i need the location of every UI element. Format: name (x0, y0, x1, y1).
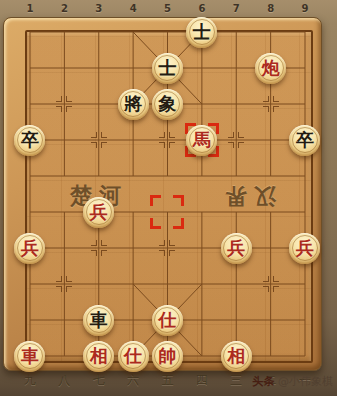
piece-character: 車 (90, 311, 108, 329)
position-marker (159, 132, 175, 148)
piece-character: 炮 (262, 59, 280, 77)
piece-red-soldier[interactable]: 兵 (14, 233, 45, 264)
piece-red-cannon[interactable]: 炮 (255, 53, 286, 84)
piece-red-advisor[interactable]: 仕 (152, 305, 183, 336)
piece-black-chariot[interactable]: 車 (83, 305, 114, 336)
position-marker (56, 276, 72, 292)
piece-character: 士 (158, 59, 176, 77)
piece-black-soldier[interactable]: 卒 (14, 125, 45, 156)
piece-red-elephant[interactable]: 相 (83, 341, 114, 372)
xiangqi-app-screen: 123456789 楚河 汉界 士士炮將象卒馬卒兵兵兵兵車仕車相仕帥相 九八七六… (0, 0, 337, 396)
piece-red-elephant[interactable]: 相 (221, 341, 252, 372)
piece-red-chariot[interactable]: 車 (14, 341, 45, 372)
bottom-column-label: 五 (150, 371, 184, 390)
piece-character: 相 (227, 347, 245, 365)
piece-black-elephant[interactable]: 象 (152, 89, 183, 120)
bottom-column-label: 三 (219, 371, 253, 390)
piece-red-soldier[interactable]: 兵 (83, 197, 114, 228)
piece-black-advisor[interactable]: 士 (186, 17, 217, 48)
watermark-brand: 头条 (253, 375, 275, 388)
watermark-handle: @小伟象棋 (278, 375, 333, 388)
bottom-column-label: 四 (185, 371, 219, 390)
piece-character: 卒 (296, 131, 314, 149)
piece-red-advisor[interactable]: 仕 (118, 341, 149, 372)
bottom-column-label: 六 (116, 371, 150, 390)
piece-black-advisor[interactable]: 士 (152, 53, 183, 84)
piece-character: 兵 (21, 239, 39, 257)
position-marker (263, 276, 279, 292)
piece-character: 仕 (158, 311, 176, 329)
piece-layer[interactable]: 士士炮將象卒馬卒兵兵兵兵車仕車相仕帥相 (13, 14, 322, 374)
piece-character: 兵 (296, 239, 314, 257)
position-marker (91, 132, 107, 148)
piece-character: 士 (193, 23, 211, 41)
bottom-column-label: 八 (47, 371, 81, 390)
piece-character: 仕 (124, 347, 142, 365)
piece-red-horse[interactable]: 馬 (186, 125, 217, 156)
position-marker (91, 240, 107, 256)
piece-red-general[interactable]: 帥 (152, 341, 183, 372)
piece-character: 象 (158, 95, 176, 113)
piece-red-soldier[interactable]: 兵 (289, 233, 320, 264)
piece-character: 兵 (227, 239, 245, 257)
position-marker (228, 132, 244, 148)
piece-character: 馬 (193, 131, 211, 149)
piece-red-soldier[interactable]: 兵 (221, 233, 252, 264)
piece-character: 兵 (90, 203, 108, 221)
watermark: 头条 @小伟象棋 (253, 374, 334, 389)
piece-black-soldier[interactable]: 卒 (289, 125, 320, 156)
piece-black-general[interactable]: 將 (118, 89, 149, 120)
piece-character: 將 (124, 95, 142, 113)
bottom-column-label: 七 (82, 371, 116, 390)
piece-character: 相 (90, 347, 108, 365)
piece-character: 帥 (158, 347, 176, 365)
piece-character: 卒 (21, 131, 39, 149)
position-marker (159, 240, 175, 256)
position-marker (263, 96, 279, 112)
piece-character: 車 (21, 347, 39, 365)
bottom-column-label: 九 (13, 371, 47, 390)
position-marker (56, 96, 72, 112)
move-origin-highlight (150, 195, 184, 229)
